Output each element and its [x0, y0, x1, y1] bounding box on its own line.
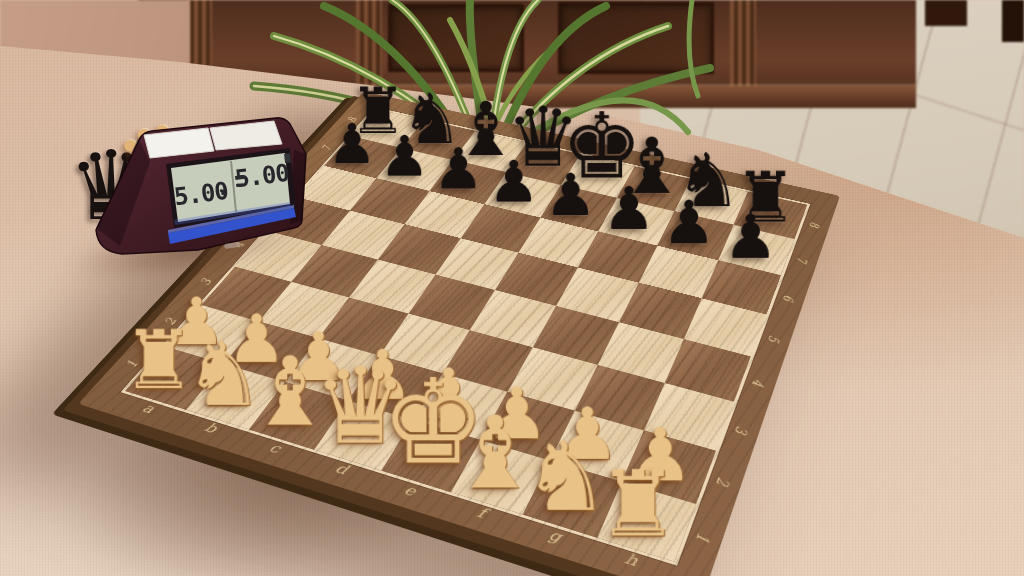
- piece-black-knight-g8[interactable]: ♞: [675, 144, 736, 219]
- piece-black-queen-d8[interactable]: ♛: [506, 97, 564, 179]
- square-d5[interactable]: [436, 238, 519, 290]
- piece-black-pawn-b7[interactable]: ♟: [375, 129, 434, 185]
- piece-black-pawn-d7[interactable]: ♟: [484, 153, 544, 210]
- square-c7[interactable]: ♟: [430, 160, 507, 204]
- piece-white-knight-g1[interactable]: ♞: [523, 429, 602, 526]
- coord-rank-8-right: 8: [782, 212, 848, 239]
- piece-black-pawn-e7[interactable]: ♟: [540, 166, 601, 224]
- photo-stage: ♜♞♝♛♚♝♞♜♟♟♟♟♟♟♟♟♟♟♟♟♟♟♟♟♜♞♝♛♚♝♞♜ abcdefg…: [0, 0, 1024, 576]
- square-e7[interactable]: ♟: [540, 185, 617, 232]
- square-g7[interactable]: ♟: [657, 211, 733, 260]
- piece-black-knight-b8[interactable]: ♞: [400, 84, 457, 154]
- piece-black-pawn-g7[interactable]: ♟: [658, 193, 721, 253]
- piece-black-bishop-c8[interactable]: ♝: [453, 92, 511, 166]
- piece-black-pawn-f7[interactable]: ♟: [598, 179, 660, 238]
- square-c8[interactable]: ♝: [453, 131, 527, 172]
- square-b5[interactable]: [322, 211, 405, 260]
- square-b7[interactable]: ♟: [376, 148, 453, 191]
- square-f8[interactable]: ♝: [617, 166, 691, 211]
- square-c6[interactable]: [405, 191, 485, 238]
- piece-black-king-e8[interactable]: ♚: [561, 101, 620, 192]
- square-d6[interactable]: [461, 204, 541, 252]
- lcd-move-marker: [221, 190, 226, 195]
- square-f6[interactable]: [578, 231, 657, 282]
- lcd-side-button[interactable]: [284, 153, 291, 163]
- piece-black-rook-a8[interactable]: ♜: [350, 79, 406, 143]
- piece-white-queen-d1[interactable]: ♛: [313, 354, 388, 460]
- piece-white-bishop-c1[interactable]: ♝: [247, 344, 321, 439]
- coord-rank-7-right: 7: [769, 246, 837, 275]
- square-g8[interactable]: ♞: [675, 179, 749, 225]
- board-scene: ♜♞♝♛♚♝♞♜♟♟♟♟♟♟♟♟♟♟♟♟♟♟♟♟♜♞♝♛♚♝♞♜ abcdefg…: [0, 0, 1024, 576]
- square-d8[interactable]: ♛: [506, 142, 580, 185]
- square-b6[interactable]: [350, 178, 430, 224]
- square-f7[interactable]: ♟: [598, 198, 674, 246]
- square-e6[interactable]: [519, 218, 599, 268]
- square-c5[interactable]: [378, 224, 461, 274]
- piece-black-pawn-c7[interactable]: ♟: [429, 141, 488, 198]
- piece-white-bishop-f1[interactable]: ♝: [450, 403, 528, 503]
- rank-labels-right: 87654321: [678, 205, 833, 572]
- chess-clock: 5.00 5.00: [78, 104, 328, 264]
- coord-rank-8-left: 8: [322, 109, 381, 131]
- piece-white-king-e1[interactable]: ♚: [381, 364, 457, 481]
- square-e8[interactable]: ♚: [561, 154, 635, 198]
- square-d7[interactable]: ♟: [484, 172, 561, 217]
- piece-white-rook-h1[interactable]: ♜: [597, 458, 677, 549]
- square-b8[interactable]: ♞: [401, 120, 475, 160]
- piece-white-knight-b1[interactable]: ♞: [184, 330, 257, 419]
- piece-black-bishop-f8[interactable]: ♝: [617, 128, 677, 205]
